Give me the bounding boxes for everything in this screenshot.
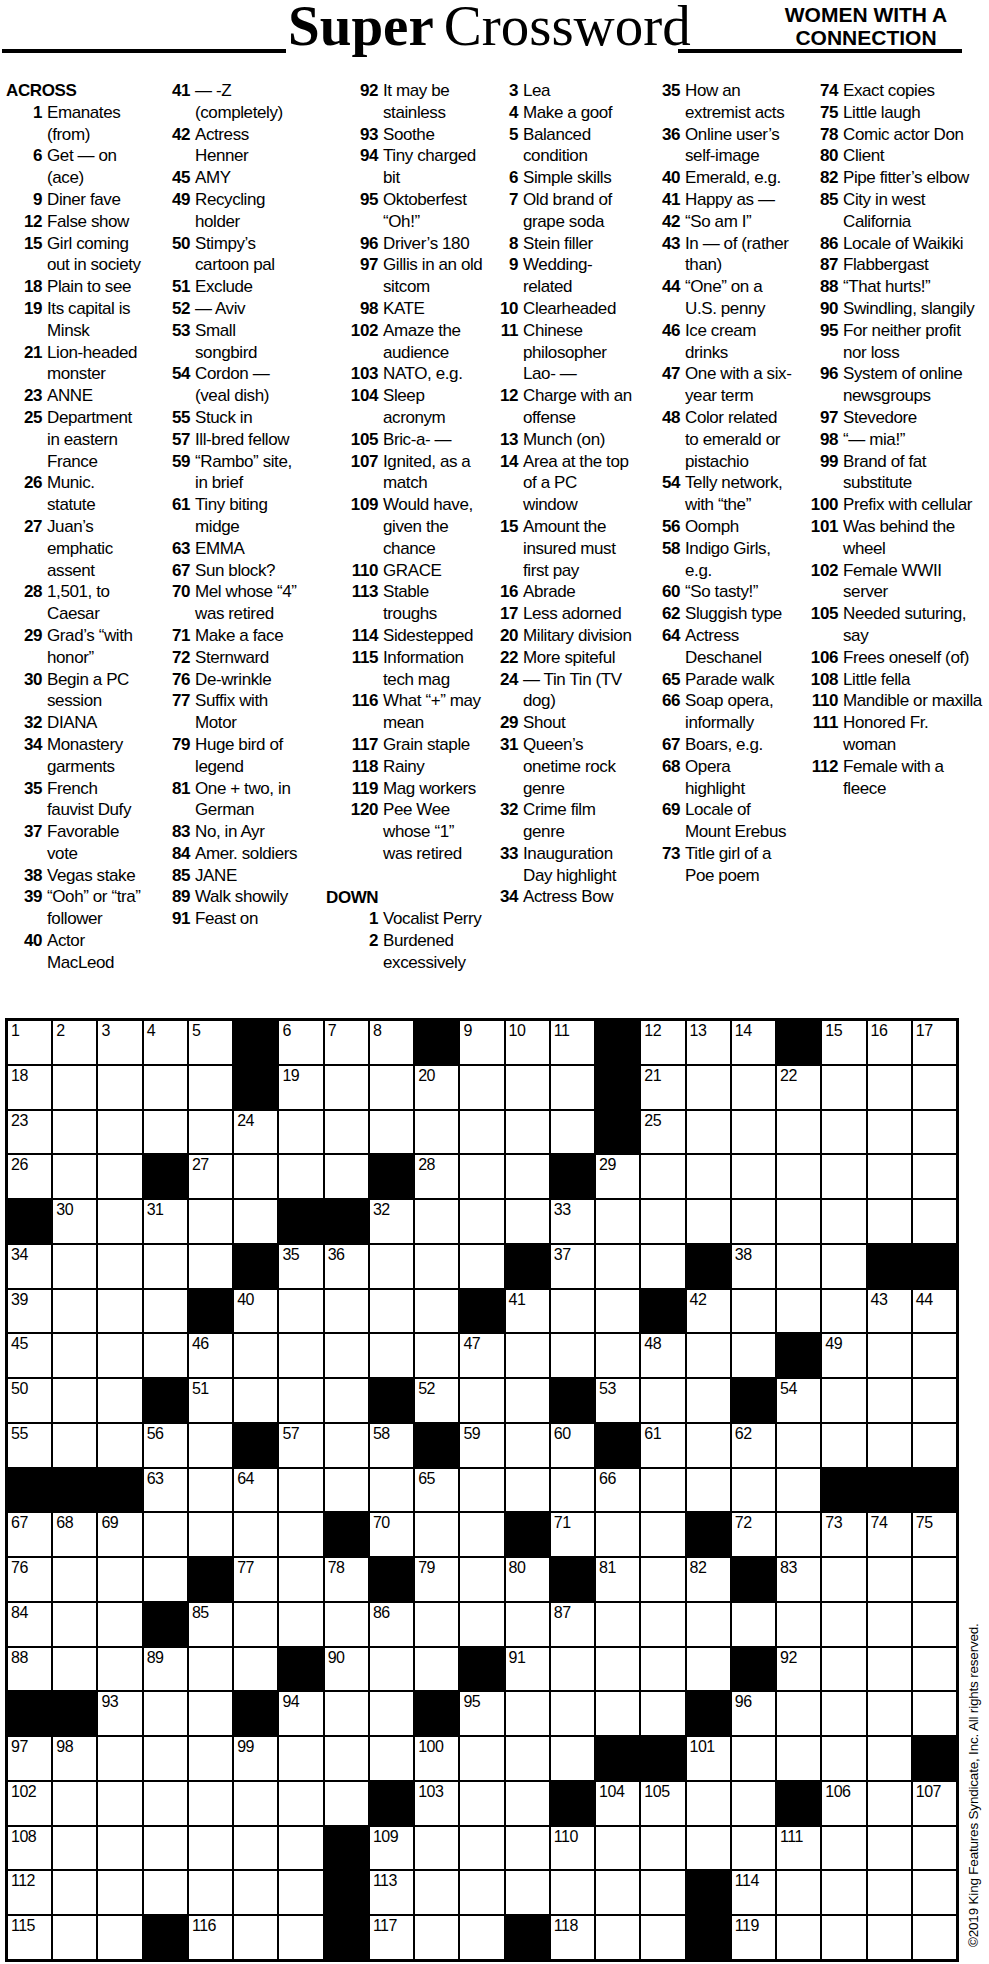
grid-cell-r14c20[interactable] [868, 1603, 911, 1646]
grid-cell-r16c11[interactable]: 95 [460, 1692, 503, 1735]
grid-cell-r11c12[interactable] [506, 1469, 549, 1512]
grid-cell-r13c6[interactable]: 77 [234, 1558, 277, 1601]
grid-cell-r8c10[interactable] [415, 1334, 458, 1377]
grid-cell-r4c12[interactable] [506, 1155, 549, 1198]
grid-cell-r2c1[interactable]: 18 [8, 1066, 51, 1109]
grid-cell-r9c18[interactable]: 54 [777, 1379, 820, 1422]
grid-cell-r3c12[interactable] [506, 1111, 549, 1154]
grid-cell-r1c7[interactable]: 6 [279, 1021, 322, 1064]
grid-cell-r12c9[interactable]: 70 [370, 1513, 413, 1556]
grid-cell-r21c20[interactable] [868, 1916, 911, 1959]
grid-cell-r2c17[interactable] [732, 1066, 775, 1109]
grid-cell-r21c5[interactable]: 116 [189, 1916, 232, 1959]
grid-cell-r20c18[interactable] [777, 1871, 820, 1914]
grid-cell-r15c6[interactable] [234, 1648, 277, 1691]
grid-cell-r10c5[interactable] [189, 1424, 232, 1467]
grid-cell-r7c20[interactable]: 43 [868, 1290, 911, 1333]
grid-cell-r16c7[interactable]: 94 [279, 1692, 322, 1735]
grid-cell-r15c21[interactable] [913, 1648, 956, 1691]
grid-cell-r1c20[interactable]: 16 [868, 1021, 911, 1064]
grid-cell-r21c17[interactable]: 119 [732, 1916, 775, 1959]
grid-cell-r4c2[interactable] [53, 1155, 96, 1198]
grid-cell-r18c1[interactable]: 102 [8, 1782, 51, 1825]
grid-cell-r18c4[interactable] [144, 1782, 187, 1825]
grid-cell-r14c12[interactable] [506, 1603, 549, 1646]
grid-cell-r19c4[interactable] [144, 1827, 187, 1870]
grid-cell-r16c12[interactable] [506, 1692, 549, 1735]
grid-cell-r12c13[interactable]: 71 [551, 1513, 594, 1556]
grid-cell-r8c8[interactable] [325, 1334, 368, 1377]
grid-cell-r19c18[interactable]: 111 [777, 1827, 820, 1870]
grid-cell-r3c6[interactable]: 24 [234, 1111, 277, 1154]
grid-cell-r3c3[interactable] [98, 1111, 141, 1154]
grid-cell-r15c20[interactable] [868, 1648, 911, 1691]
grid-cell-r6c4[interactable] [144, 1245, 187, 1288]
grid-cell-r21c9[interactable]: 117 [370, 1916, 413, 1959]
grid-cell-r15c19[interactable] [822, 1648, 865, 1691]
grid-cell-r14c19[interactable] [822, 1603, 865, 1646]
grid-cell-r7c12[interactable]: 41 [506, 1290, 549, 1333]
grid-cell-r18c6[interactable] [234, 1782, 277, 1825]
grid-cell-r20c5[interactable] [189, 1871, 232, 1914]
grid-cell-r3c21[interactable] [913, 1111, 956, 1154]
grid-cell-r5c3[interactable] [98, 1200, 141, 1243]
grid-cell-r15c13[interactable] [551, 1648, 594, 1691]
grid-cell-r12c18[interactable] [777, 1513, 820, 1556]
grid-cell-r14c14[interactable] [596, 1603, 639, 1646]
grid-cell-r6c7[interactable]: 35 [279, 1245, 322, 1288]
grid-cell-r6c9[interactable] [370, 1245, 413, 1288]
grid-cell-r7c18[interactable] [777, 1290, 820, 1333]
grid-cell-r20c6[interactable] [234, 1871, 277, 1914]
grid-cell-r9c2[interactable] [53, 1379, 96, 1422]
grid-cell-r18c14[interactable]: 104 [596, 1782, 639, 1825]
grid-cell-r10c8[interactable] [325, 1424, 368, 1467]
grid-cell-r20c7[interactable] [279, 1871, 322, 1914]
grid-cell-r9c1[interactable]: 50 [8, 1379, 51, 1422]
grid-cell-r12c17[interactable]: 72 [732, 1513, 775, 1556]
grid-cell-r7c6[interactable]: 40 [234, 1290, 277, 1333]
grid-cell-r8c12[interactable] [506, 1334, 549, 1377]
grid-cell-r13c18[interactable]: 83 [777, 1558, 820, 1601]
grid-cell-r14c21[interactable] [913, 1603, 956, 1646]
grid-cell-r8c1[interactable]: 45 [8, 1334, 51, 1377]
grid-cell-r19c14[interactable] [596, 1827, 639, 1870]
grid-cell-r4c11[interactable] [460, 1155, 503, 1198]
grid-cell-r8c3[interactable] [98, 1334, 141, 1377]
grid-cell-r8c7[interactable] [279, 1334, 322, 1377]
grid-cell-r20c12[interactable] [506, 1871, 549, 1914]
grid-cell-r6c18[interactable] [777, 1245, 820, 1288]
grid-cell-r17c3[interactable] [98, 1737, 141, 1780]
grid-cell-r14c1[interactable]: 84 [8, 1603, 51, 1646]
grid-cell-r8c16[interactable] [687, 1334, 730, 1377]
grid-cell-r12c7[interactable] [279, 1513, 322, 1556]
grid-cell-r4c5[interactable]: 27 [189, 1155, 232, 1198]
grid-cell-r5c13[interactable]: 33 [551, 1200, 594, 1243]
grid-cell-r20c14[interactable] [596, 1871, 639, 1914]
grid-cell-r19c13[interactable]: 110 [551, 1827, 594, 1870]
grid-cell-r13c21[interactable] [913, 1558, 956, 1601]
grid-cell-r2c3[interactable] [98, 1066, 141, 1109]
grid-cell-r15c18[interactable]: 92 [777, 1648, 820, 1691]
grid-cell-r13c8[interactable]: 78 [325, 1558, 368, 1601]
grid-cell-r15c16[interactable] [687, 1648, 730, 1691]
grid-cell-r20c1[interactable]: 112 [8, 1871, 51, 1914]
grid-cell-r4c14[interactable]: 29 [596, 1155, 639, 1198]
grid-cell-r13c3[interactable] [98, 1558, 141, 1601]
grid-cell-r18c19[interactable]: 106 [822, 1782, 865, 1825]
grid-cell-r8c4[interactable] [144, 1334, 187, 1377]
grid-cell-r8c14[interactable] [596, 1334, 639, 1377]
grid-cell-r17c19[interactable] [822, 1737, 865, 1780]
grid-cell-r19c15[interactable] [641, 1827, 684, 1870]
grid-cell-r14c10[interactable] [415, 1603, 458, 1646]
grid-cell-r16c18[interactable] [777, 1692, 820, 1735]
grid-cell-r18c3[interactable] [98, 1782, 141, 1825]
grid-cell-r11c17[interactable] [732, 1469, 775, 1512]
grid-cell-r8c21[interactable] [913, 1334, 956, 1377]
grid-cell-r15c9[interactable] [370, 1648, 413, 1691]
grid-cell-r4c21[interactable] [913, 1155, 956, 1198]
grid-cell-r16c9[interactable] [370, 1692, 413, 1735]
grid-cell-r3c11[interactable] [460, 1111, 503, 1154]
grid-cell-r9c11[interactable] [460, 1379, 503, 1422]
grid-cell-r7c1[interactable]: 39 [8, 1290, 51, 1333]
grid-cell-r1c19[interactable]: 15 [822, 1021, 865, 1064]
grid-cell-r7c4[interactable] [144, 1290, 187, 1333]
grid-cell-r6c17[interactable]: 38 [732, 1245, 775, 1288]
grid-cell-r4c18[interactable] [777, 1155, 820, 1198]
grid-cell-r19c20[interactable] [868, 1827, 911, 1870]
grid-cell-r4c8[interactable] [325, 1155, 368, 1198]
grid-cell-r1c17[interactable]: 14 [732, 1021, 775, 1064]
grid-cell-r4c17[interactable] [732, 1155, 775, 1198]
grid-cell-r3c19[interactable] [822, 1111, 865, 1154]
grid-cell-r16c4[interactable] [144, 1692, 187, 1735]
grid-cell-r17c9[interactable] [370, 1737, 413, 1780]
grid-cell-r14c17[interactable] [732, 1603, 775, 1646]
grid-cell-r10c17[interactable]: 62 [732, 1424, 775, 1467]
grid-cell-r2c19[interactable] [822, 1066, 865, 1109]
grid-cell-r21c13[interactable]: 118 [551, 1916, 594, 1959]
grid-cell-r11c6[interactable]: 64 [234, 1469, 277, 1512]
grid-cell-r20c21[interactable] [913, 1871, 956, 1914]
grid-cell-r14c15[interactable] [641, 1603, 684, 1646]
grid-cell-r6c15[interactable] [641, 1245, 684, 1288]
grid-cell-r17c12[interactable] [506, 1737, 549, 1780]
grid-cell-r11c15[interactable] [641, 1469, 684, 1512]
grid-cell-r12c4[interactable] [144, 1513, 187, 1556]
grid-cell-r9c10[interactable]: 52 [415, 1379, 458, 1422]
grid-cell-r18c8[interactable] [325, 1782, 368, 1825]
grid-cell-r20c10[interactable] [415, 1871, 458, 1914]
grid-cell-r16c5[interactable] [189, 1692, 232, 1735]
grid-cell-r1c3[interactable]: 3 [98, 1021, 141, 1064]
grid-cell-r17c17[interactable] [732, 1737, 775, 1780]
grid-cell-r1c11[interactable]: 9 [460, 1021, 503, 1064]
grid-cell-r3c10[interactable] [415, 1111, 458, 1154]
grid-cell-r17c18[interactable] [777, 1737, 820, 1780]
grid-cell-r20c13[interactable] [551, 1871, 594, 1914]
grid-cell-r3c15[interactable]: 25 [641, 1111, 684, 1154]
grid-cell-r2c21[interactable] [913, 1066, 956, 1109]
grid-cell-r1c1[interactable]: 1 [8, 1021, 51, 1064]
grid-cell-r16c3[interactable]: 93 [98, 1692, 141, 1735]
grid-cell-r14c11[interactable] [460, 1603, 503, 1646]
grid-cell-r13c11[interactable] [460, 1558, 503, 1601]
grid-cell-r2c18[interactable]: 22 [777, 1066, 820, 1109]
grid-cell-r2c12[interactable] [506, 1066, 549, 1109]
grid-cell-r10c20[interactable] [868, 1424, 911, 1467]
grid-cell-r3c4[interactable] [144, 1111, 187, 1154]
grid-cell-r12c2[interactable]: 68 [53, 1513, 96, 1556]
grid-cell-r14c13[interactable]: 87 [551, 1603, 594, 1646]
grid-cell-r12c3[interactable]: 69 [98, 1513, 141, 1556]
grid-cell-r18c17[interactable] [732, 1782, 775, 1825]
grid-cell-r21c3[interactable] [98, 1916, 141, 1959]
grid-cell-r4c10[interactable]: 28 [415, 1155, 458, 1198]
grid-cell-r1c15[interactable]: 12 [641, 1021, 684, 1064]
grid-cell-r12c20[interactable]: 74 [868, 1513, 911, 1556]
grid-cell-r1c12[interactable]: 10 [506, 1021, 549, 1064]
grid-cell-r13c14[interactable]: 81 [596, 1558, 639, 1601]
grid-cell-r4c16[interactable] [687, 1155, 730, 1198]
grid-cell-r17c5[interactable] [189, 1737, 232, 1780]
grid-cell-r16c21[interactable] [913, 1692, 956, 1735]
grid-cell-r13c19[interactable] [822, 1558, 865, 1601]
grid-cell-r19c16[interactable] [687, 1827, 730, 1870]
grid-cell-r21c21[interactable] [913, 1916, 956, 1959]
grid-cell-r7c2[interactable] [53, 1290, 96, 1333]
grid-cell-r17c7[interactable] [279, 1737, 322, 1780]
grid-cell-r8c13[interactable] [551, 1334, 594, 1377]
grid-cell-r18c12[interactable] [506, 1782, 549, 1825]
grid-cell-r5c11[interactable] [460, 1200, 503, 1243]
grid-cell-r13c12[interactable]: 80 [506, 1558, 549, 1601]
grid-cell-r18c20[interactable] [868, 1782, 911, 1825]
grid-cell-r5c5[interactable] [189, 1200, 232, 1243]
grid-cell-r21c2[interactable] [53, 1916, 96, 1959]
grid-cell-r10c16[interactable] [687, 1424, 730, 1467]
grid-cell-r5c6[interactable] [234, 1200, 277, 1243]
grid-cell-r19c10[interactable] [415, 1827, 458, 1870]
grid-cell-r11c10[interactable]: 65 [415, 1469, 458, 1512]
grid-cell-r9c5[interactable]: 51 [189, 1379, 232, 1422]
grid-cell-r15c8[interactable]: 90 [325, 1648, 368, 1691]
grid-cell-r13c4[interactable] [144, 1558, 187, 1601]
grid-cell-r3c17[interactable] [732, 1111, 775, 1154]
grid-cell-r8c6[interactable] [234, 1334, 277, 1377]
grid-cell-r18c2[interactable] [53, 1782, 96, 1825]
grid-cell-r5c2[interactable]: 30 [53, 1200, 96, 1243]
grid-cell-r12c11[interactable] [460, 1513, 503, 1556]
grid-cell-r8c19[interactable]: 49 [822, 1334, 865, 1377]
grid-cell-r2c15[interactable]: 21 [641, 1066, 684, 1109]
grid-cell-r19c3[interactable] [98, 1827, 141, 1870]
grid-cell-r7c8[interactable] [325, 1290, 368, 1333]
grid-cell-r11c18[interactable] [777, 1469, 820, 1512]
grid-cell-r19c5[interactable] [189, 1827, 232, 1870]
grid-cell-r19c7[interactable] [279, 1827, 322, 1870]
grid-cell-r7c3[interactable] [98, 1290, 141, 1333]
grid-cell-r17c2[interactable]: 98 [53, 1737, 96, 1780]
grid-cell-r9c15[interactable] [641, 1379, 684, 1422]
grid-cell-r9c12[interactable] [506, 1379, 549, 1422]
grid-cell-r10c4[interactable]: 56 [144, 1424, 187, 1467]
grid-cell-r19c6[interactable] [234, 1827, 277, 1870]
grid-cell-r5c12[interactable] [506, 1200, 549, 1243]
grid-cell-r8c20[interactable] [868, 1334, 911, 1377]
grid-cell-r13c15[interactable] [641, 1558, 684, 1601]
grid-cell-r18c10[interactable]: 103 [415, 1782, 458, 1825]
grid-cell-r14c8[interactable] [325, 1603, 368, 1646]
grid-cell-r14c3[interactable] [98, 1603, 141, 1646]
grid-cell-r21c15[interactable] [641, 1916, 684, 1959]
grid-cell-r6c8[interactable]: 36 [325, 1245, 368, 1288]
grid-cell-r2c4[interactable] [144, 1066, 187, 1109]
grid-cell-r11c9[interactable] [370, 1469, 413, 1512]
grid-cell-r12c6[interactable] [234, 1513, 277, 1556]
grid-cell-r8c9[interactable] [370, 1334, 413, 1377]
grid-cell-r11c14[interactable]: 66 [596, 1469, 639, 1512]
grid-cell-r5c15[interactable] [641, 1200, 684, 1243]
grid-cell-r19c17[interactable] [732, 1827, 775, 1870]
grid-cell-r1c8[interactable]: 7 [325, 1021, 368, 1064]
grid-cell-r5c16[interactable] [687, 1200, 730, 1243]
grid-cell-r4c3[interactable] [98, 1155, 141, 1198]
grid-cell-r9c6[interactable] [234, 1379, 277, 1422]
grid-cell-r2c20[interactable] [868, 1066, 911, 1109]
grid-cell-r7c16[interactable]: 42 [687, 1290, 730, 1333]
grid-cell-r20c4[interactable] [144, 1871, 187, 1914]
grid-cell-r17c10[interactable]: 100 [415, 1737, 458, 1780]
grid-cell-r9c20[interactable] [868, 1379, 911, 1422]
grid-cell-r7c7[interactable] [279, 1290, 322, 1333]
grid-cell-r2c2[interactable] [53, 1066, 96, 1109]
grid-cell-r18c5[interactable] [189, 1782, 232, 1825]
grid-cell-r17c16[interactable]: 101 [687, 1737, 730, 1780]
grid-cell-r17c13[interactable] [551, 1737, 594, 1780]
grid-cell-r6c10[interactable] [415, 1245, 458, 1288]
grid-cell-r10c11[interactable]: 59 [460, 1424, 503, 1467]
grid-cell-r16c13[interactable] [551, 1692, 594, 1735]
grid-cell-r21c14[interactable] [596, 1916, 639, 1959]
grid-cell-r20c3[interactable] [98, 1871, 141, 1914]
grid-cell-r5c21[interactable] [913, 1200, 956, 1243]
grid-cell-r3c13[interactable] [551, 1111, 594, 1154]
grid-cell-r10c15[interactable]: 61 [641, 1424, 684, 1467]
grid-cell-r12c10[interactable] [415, 1513, 458, 1556]
grid-cell-r5c9[interactable]: 32 [370, 1200, 413, 1243]
grid-cell-r2c9[interactable] [370, 1066, 413, 1109]
grid-cell-r20c15[interactable] [641, 1871, 684, 1914]
grid-cell-r15c3[interactable] [98, 1648, 141, 1691]
grid-cell-r11c4[interactable]: 63 [144, 1469, 187, 1512]
grid-cell-r19c9[interactable]: 109 [370, 1827, 413, 1870]
grid-cell-r12c14[interactable] [596, 1513, 639, 1556]
grid-cell-r3c2[interactable] [53, 1111, 96, 1154]
grid-cell-r11c7[interactable] [279, 1469, 322, 1512]
grid-cell-r17c1[interactable]: 97 [8, 1737, 51, 1780]
grid-cell-r14c18[interactable] [777, 1603, 820, 1646]
grid-cell-r7c13[interactable] [551, 1290, 594, 1333]
grid-cell-r6c11[interactable] [460, 1245, 503, 1288]
grid-cell-r10c21[interactable] [913, 1424, 956, 1467]
grid-cell-r3c7[interactable] [279, 1111, 322, 1154]
grid-cell-r2c5[interactable] [189, 1066, 232, 1109]
grid-cell-r5c20[interactable] [868, 1200, 911, 1243]
grid-cell-r4c19[interactable] [822, 1155, 865, 1198]
grid-cell-r14c16[interactable] [687, 1603, 730, 1646]
grid-cell-r10c13[interactable]: 60 [551, 1424, 594, 1467]
grid-cell-r13c1[interactable]: 76 [8, 1558, 51, 1601]
grid-cell-r19c11[interactable] [460, 1827, 503, 1870]
grid-cell-r6c2[interactable] [53, 1245, 96, 1288]
grid-cell-r4c6[interactable] [234, 1155, 277, 1198]
grid-cell-r2c7[interactable]: 19 [279, 1066, 322, 1109]
grid-cell-r17c4[interactable] [144, 1737, 187, 1780]
grid-cell-r14c2[interactable] [53, 1603, 96, 1646]
grid-cell-r5c14[interactable] [596, 1200, 639, 1243]
grid-cell-r2c10[interactable]: 20 [415, 1066, 458, 1109]
grid-cell-r1c4[interactable]: 4 [144, 1021, 187, 1064]
grid-cell-r15c2[interactable] [53, 1648, 96, 1691]
grid-cell-r14c6[interactable] [234, 1603, 277, 1646]
grid-cell-r21c1[interactable]: 115 [8, 1916, 51, 1959]
grid-cell-r15c12[interactable]: 91 [506, 1648, 549, 1691]
grid-cell-r6c13[interactable]: 37 [551, 1245, 594, 1288]
grid-cell-r14c9[interactable]: 86 [370, 1603, 413, 1646]
grid-cell-r4c1[interactable]: 26 [8, 1155, 51, 1198]
grid-cell-r3c8[interactable] [325, 1111, 368, 1154]
grid-cell-r13c20[interactable] [868, 1558, 911, 1601]
grid-cell-r15c4[interactable]: 89 [144, 1648, 187, 1691]
grid-cell-r6c3[interactable] [98, 1245, 141, 1288]
grid-cell-r21c7[interactable] [279, 1916, 322, 1959]
grid-cell-r4c15[interactable] [641, 1155, 684, 1198]
grid-cell-r17c8[interactable] [325, 1737, 368, 1780]
grid-cell-r12c15[interactable] [641, 1513, 684, 1556]
grid-cell-r9c7[interactable] [279, 1379, 322, 1422]
grid-cell-r7c17[interactable] [732, 1290, 775, 1333]
grid-cell-r21c6[interactable] [234, 1916, 277, 1959]
grid-cell-r8c2[interactable] [53, 1334, 96, 1377]
grid-cell-r10c18[interactable] [777, 1424, 820, 1467]
grid-cell-r15c5[interactable] [189, 1648, 232, 1691]
grid-cell-r2c11[interactable] [460, 1066, 503, 1109]
grid-cell-r11c13[interactable] [551, 1469, 594, 1512]
grid-cell-r12c5[interactable] [189, 1513, 232, 1556]
grid-cell-r9c19[interactable] [822, 1379, 865, 1422]
grid-cell-r16c19[interactable] [822, 1692, 865, 1735]
grid-cell-r3c9[interactable] [370, 1111, 413, 1154]
grid-cell-r20c9[interactable]: 113 [370, 1871, 413, 1914]
grid-cell-r17c6[interactable]: 99 [234, 1737, 277, 1780]
grid-cell-r2c8[interactable] [325, 1066, 368, 1109]
grid-cell-r17c20[interactable] [868, 1737, 911, 1780]
grid-cell-r18c11[interactable] [460, 1782, 503, 1825]
grid-cell-r16c15[interactable] [641, 1692, 684, 1735]
grid-cell-r13c2[interactable] [53, 1558, 96, 1601]
grid-cell-r13c16[interactable]: 82 [687, 1558, 730, 1601]
grid-cell-r2c16[interactable] [687, 1066, 730, 1109]
grid-cell-r11c11[interactable] [460, 1469, 503, 1512]
grid-cell-r7c21[interactable]: 44 [913, 1290, 956, 1333]
grid-cell-r7c10[interactable] [415, 1290, 458, 1333]
grid-cell-r12c21[interactable]: 75 [913, 1513, 956, 1556]
grid-cell-r1c9[interactable]: 8 [370, 1021, 413, 1064]
